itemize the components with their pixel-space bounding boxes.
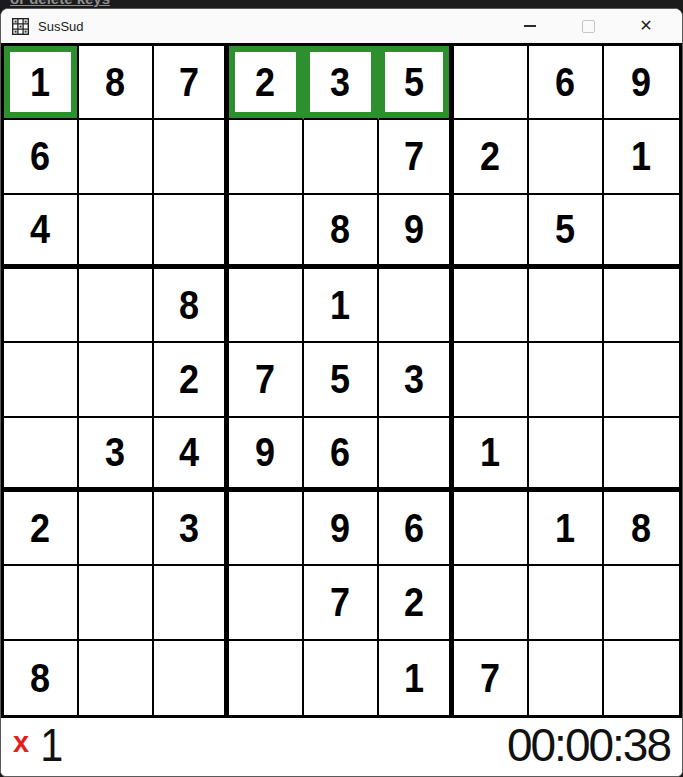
cell-r4c2[interactable] <box>79 269 154 343</box>
cell-r2c8[interactable] <box>529 120 604 194</box>
error-indicator: x 1 <box>13 722 65 768</box>
cell-digit: 3 <box>105 432 125 472</box>
cell-r4c5[interactable]: 1 <box>304 269 379 343</box>
window-title: SusSud <box>38 19 84 34</box>
cell-r1c6[interactable]: 5 <box>379 46 454 120</box>
cell-r6c3[interactable]: 4 <box>154 418 229 492</box>
cell-r1c3[interactable]: 7 <box>154 46 229 120</box>
cell-digit: 5 <box>555 209 575 249</box>
cell-digit: 3 <box>404 359 424 399</box>
cell-r2c9[interactable]: 1 <box>604 120 679 194</box>
cell-r6c1[interactable] <box>4 418 79 492</box>
cell-r2c3[interactable] <box>154 120 229 194</box>
cell-r5c4[interactable]: 7 <box>229 343 304 417</box>
error-count: 1 <box>40 722 63 768</box>
cell-r7c5[interactable]: 9 <box>304 492 379 566</box>
cell-digit: 8 <box>105 62 125 102</box>
cell-digit: 1 <box>480 432 500 472</box>
cell-r5c6[interactable]: 3 <box>379 343 454 417</box>
cell-r8c1[interactable] <box>4 566 79 640</box>
cell-r6c4[interactable]: 9 <box>229 418 304 492</box>
cell-r4c7[interactable] <box>454 269 529 343</box>
cell-r7c9[interactable]: 8 <box>604 492 679 566</box>
sudoku-grid: 18723569672148958127533496123961872817 <box>1 43 682 718</box>
cell-r3c4[interactable] <box>229 195 304 269</box>
cell-digit: 7 <box>330 582 350 622</box>
cell-r9c3[interactable] <box>154 641 229 715</box>
cell-digit: 4 <box>179 432 199 472</box>
timer: 00:00:38 <box>507 722 670 768</box>
cell-r2c1[interactable]: 6 <box>4 120 79 194</box>
cell-digit: 2 <box>30 508 50 548</box>
cell-r2c7[interactable]: 2 <box>454 120 529 194</box>
cell-digit: 8 <box>30 658 50 698</box>
cell-digit: 5 <box>330 359 350 399</box>
cell-r5c8[interactable] <box>529 343 604 417</box>
status-bar: x 1 00:00:38 <box>1 718 682 776</box>
maximize-icon <box>582 20 595 33</box>
cell-r9c4[interactable] <box>229 641 304 715</box>
minimize-button[interactable] <box>507 9 553 43</box>
cell-digit: 1 <box>631 136 651 176</box>
cell-r3c1[interactable]: 4 <box>4 195 79 269</box>
cell-digit: 1 <box>555 508 575 548</box>
cell-r8c7[interactable] <box>454 566 529 640</box>
cell-r2c6[interactable]: 7 <box>379 120 454 194</box>
cell-r7c1[interactable]: 2 <box>4 492 79 566</box>
cell-r4c9[interactable] <box>604 269 679 343</box>
cell-r4c3[interactable]: 8 <box>154 269 229 343</box>
cell-r3c2[interactable] <box>79 195 154 269</box>
cell-digit: 9 <box>330 508 350 548</box>
cell-r7c3[interactable]: 3 <box>154 492 229 566</box>
cell-digit: 8 <box>179 285 199 325</box>
cell-r1c1[interactable]: 1 <box>4 46 79 120</box>
cell-digit: 7 <box>255 359 275 399</box>
cell-r3c8[interactable]: 5 <box>529 195 604 269</box>
cell-r5c2[interactable] <box>79 343 154 417</box>
error-x-icon: x <box>13 728 29 757</box>
cell-r4c1[interactable] <box>4 269 79 343</box>
cell-r2c5[interactable] <box>304 120 379 194</box>
cell-digit: 8 <box>631 508 651 548</box>
cell-digit: 9 <box>255 432 275 472</box>
cell-digit: 1 <box>30 62 50 102</box>
cell-digit: 9 <box>404 209 424 249</box>
cell-r2c4[interactable] <box>229 120 304 194</box>
cell-r9c9[interactable] <box>604 641 679 715</box>
cell-r6c2[interactable]: 3 <box>79 418 154 492</box>
background-clipped-text: or delete keys <box>10 0 110 7</box>
cell-r3c5[interactable]: 8 <box>304 195 379 269</box>
cell-digit: 7 <box>480 658 500 698</box>
sudoku-grid-icon <box>12 18 29 35</box>
cell-r3c9[interactable] <box>604 195 679 269</box>
cell-digit: 2 <box>179 359 199 399</box>
cell-r7c8[interactable]: 1 <box>529 492 604 566</box>
cell-r5c7[interactable] <box>454 343 529 417</box>
cell-r1c7[interactable] <box>454 46 529 120</box>
cell-r8c8[interactable] <box>529 566 604 640</box>
cell-digit: 1 <box>404 658 424 698</box>
cell-r9c6[interactable]: 1 <box>379 641 454 715</box>
cell-r8c6[interactable]: 2 <box>379 566 454 640</box>
close-icon: ✕ <box>639 18 652 34</box>
cell-r8c3[interactable] <box>154 566 229 640</box>
cell-r6c8[interactable] <box>529 418 604 492</box>
cell-r7c7[interactable] <box>454 492 529 566</box>
cell-digit: 3 <box>179 508 199 548</box>
cell-r8c9[interactable] <box>604 566 679 640</box>
cell-r7c4[interactable] <box>229 492 304 566</box>
cell-r6c7[interactable]: 1 <box>454 418 529 492</box>
close-button[interactable]: ✕ <box>623 9 669 43</box>
cell-r6c6[interactable] <box>379 418 454 492</box>
cell-digit: 8 <box>330 209 350 249</box>
cell-r9c8[interactable] <box>529 641 604 715</box>
cell-r8c4[interactable] <box>229 566 304 640</box>
cell-digit: 5 <box>404 62 424 102</box>
cell-r7c6[interactable]: 6 <box>379 492 454 566</box>
cell-digit: 6 <box>30 136 50 176</box>
cell-digit: 9 <box>631 62 651 102</box>
cell-r1c8[interactable]: 6 <box>529 46 604 120</box>
cell-digit: 7 <box>404 136 424 176</box>
cell-r5c3[interactable]: 2 <box>154 343 229 417</box>
background-window-strip: or delete keys <box>0 0 683 8</box>
cell-r3c3[interactable] <box>154 195 229 269</box>
cell-digit: 6 <box>555 62 575 102</box>
cell-digit: 2 <box>404 582 424 622</box>
cell-r5c1[interactable] <box>4 343 79 417</box>
cell-digit: 2 <box>480 136 500 176</box>
minimize-icon <box>524 25 536 27</box>
cell-digit: 6 <box>330 432 350 472</box>
cell-r5c9[interactable] <box>604 343 679 417</box>
cell-r1c4[interactable]: 2 <box>229 46 304 120</box>
cell-digit: 2 <box>255 62 275 102</box>
cell-r3c7[interactable] <box>454 195 529 269</box>
cell-r1c9[interactable]: 9 <box>604 46 679 120</box>
cell-r7c2[interactable] <box>79 492 154 566</box>
cell-r1c5[interactable]: 3 <box>304 46 379 120</box>
cell-r3c6[interactable]: 9 <box>379 195 454 269</box>
cell-r9c7[interactable]: 7 <box>454 641 529 715</box>
cell-r9c5[interactable] <box>304 641 379 715</box>
cell-r9c2[interactable] <box>79 641 154 715</box>
cell-r8c2[interactable] <box>79 566 154 640</box>
maximize-button[interactable] <box>565 9 611 43</box>
cell-r8c5[interactable]: 7 <box>304 566 379 640</box>
cell-r1c2[interactable]: 8 <box>79 46 154 120</box>
window-controls: ✕ <box>507 9 682 43</box>
cell-r4c4[interactable] <box>229 269 304 343</box>
cell-r4c8[interactable] <box>529 269 604 343</box>
cell-digit: 7 <box>179 62 199 102</box>
cell-r6c5[interactable]: 6 <box>304 418 379 492</box>
cell-r2c2[interactable] <box>79 120 154 194</box>
sussud-window: SusSud ✕ 1872356967214895812753349612396… <box>0 8 683 777</box>
cell-digit: 1 <box>330 285 350 325</box>
cell-r5c5[interactable]: 5 <box>304 343 379 417</box>
cell-digit: 6 <box>404 508 424 548</box>
cell-digit: 3 <box>330 62 350 102</box>
cell-r9c1[interactable]: 8 <box>4 641 79 715</box>
cell-r6c9[interactable] <box>604 418 679 492</box>
cell-r4c6[interactable] <box>379 269 454 343</box>
cell-digit: 4 <box>30 209 50 249</box>
title-bar[interactable]: SusSud ✕ <box>1 9 682 43</box>
